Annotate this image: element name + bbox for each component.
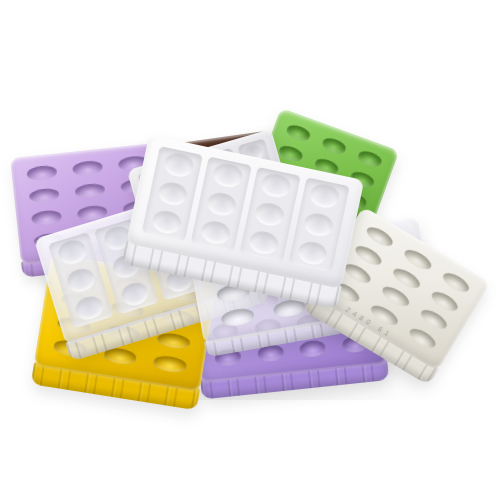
tray-well bbox=[296, 239, 329, 267]
tray-well bbox=[260, 172, 293, 200]
tray-well bbox=[199, 219, 232, 247]
tray-well bbox=[285, 123, 313, 144]
tray-well bbox=[364, 224, 395, 250]
tray-well bbox=[309, 182, 342, 210]
tray-well bbox=[248, 229, 281, 257]
tray-well bbox=[27, 165, 58, 181]
tray-well bbox=[220, 307, 254, 328]
tray-well bbox=[353, 242, 384, 268]
tray-well bbox=[29, 187, 60, 203]
tray-well bbox=[150, 208, 183, 236]
tray-well bbox=[277, 143, 305, 164]
tray-well bbox=[72, 160, 103, 176]
tray-well bbox=[156, 180, 189, 208]
tray-well bbox=[211, 161, 244, 189]
tray-well bbox=[65, 265, 98, 294]
tray-well bbox=[320, 136, 348, 157]
tray-well bbox=[407, 325, 438, 351]
tray-well bbox=[303, 211, 336, 239]
tray-well bbox=[73, 293, 106, 322]
tray-well bbox=[118, 279, 151, 308]
tray-well bbox=[429, 288, 460, 314]
tray-well bbox=[356, 149, 384, 170]
tray-panel bbox=[288, 177, 349, 272]
tray-well bbox=[205, 190, 238, 218]
tray-well bbox=[31, 210, 62, 226]
tray-well bbox=[74, 183, 105, 199]
tray-well bbox=[56, 237, 89, 266]
tray-well bbox=[380, 284, 411, 310]
tray-well bbox=[418, 307, 449, 333]
tray-well bbox=[402, 247, 433, 273]
tray-well bbox=[440, 269, 471, 295]
tray-well bbox=[391, 265, 422, 291]
tray-well bbox=[153, 355, 188, 374]
photo-stage: 2480 61 bbox=[0, 0, 500, 500]
tray-well bbox=[254, 200, 287, 228]
tray-well bbox=[299, 339, 327, 358]
tray-well bbox=[162, 151, 195, 179]
